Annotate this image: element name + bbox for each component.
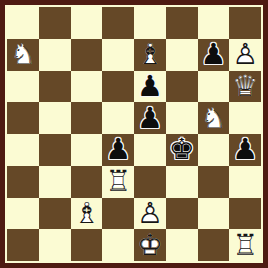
- square-b7[interactable]: [39, 39, 71, 71]
- white-rook-d3[interactable]: ♜♖: [102, 166, 134, 198]
- white-bishop-e7[interactable]: ♝♗: [134, 39, 166, 71]
- square-d2[interactable]: [102, 198, 134, 230]
- white-knight-outline-icon: ♘: [198, 102, 230, 134]
- square-d1[interactable]: [102, 229, 134, 261]
- square-b3[interactable]: [39, 166, 71, 198]
- white-pawn-outline-icon: ♙: [229, 39, 261, 71]
- square-g7[interactable]: ♟: [198, 39, 230, 71]
- square-d3[interactable]: ♜♖: [102, 166, 134, 198]
- white-knight-a7[interactable]: ♞♘: [7, 39, 39, 71]
- square-e7[interactable]: ♝♗: [134, 39, 166, 71]
- square-g6[interactable]: [198, 71, 230, 103]
- square-g8[interactable]: [198, 7, 230, 39]
- square-e3[interactable]: [134, 166, 166, 198]
- square-a7[interactable]: ♞♘: [7, 39, 39, 71]
- square-a2[interactable]: [7, 198, 39, 230]
- square-c2[interactable]: ♝♗: [71, 198, 103, 230]
- square-b2[interactable]: [39, 198, 71, 230]
- square-b5[interactable]: [39, 102, 71, 134]
- square-d6[interactable]: [102, 71, 134, 103]
- square-c5[interactable]: [71, 102, 103, 134]
- square-f3[interactable]: [166, 166, 198, 198]
- black-king-icon: ♚: [166, 134, 198, 166]
- white-rook-outline-icon: ♖: [229, 229, 261, 261]
- black-pawn-h4[interactable]: ♟: [229, 134, 261, 166]
- square-d7[interactable]: [102, 39, 134, 71]
- square-c1[interactable]: [71, 229, 103, 261]
- square-f2[interactable]: [166, 198, 198, 230]
- square-f5[interactable]: [166, 102, 198, 134]
- white-pawn-e2[interactable]: ♟♙: [134, 198, 166, 230]
- black-pawn-icon: ♟: [102, 134, 134, 166]
- black-pawn-icon: ♟: [229, 134, 261, 166]
- square-f1[interactable]: [166, 229, 198, 261]
- square-e2[interactable]: ♟♙: [134, 198, 166, 230]
- square-h8[interactable]: [229, 7, 261, 39]
- square-h7[interactable]: ♟♙: [229, 39, 261, 71]
- square-a5[interactable]: [7, 102, 39, 134]
- square-e1[interactable]: ♚♔: [134, 229, 166, 261]
- square-h6[interactable]: ♛♕: [229, 71, 261, 103]
- white-queen-h6[interactable]: ♛♕: [229, 71, 261, 103]
- black-pawn-g7[interactable]: ♟: [198, 39, 230, 71]
- square-g2[interactable]: [198, 198, 230, 230]
- square-a1[interactable]: [7, 229, 39, 261]
- square-e4[interactable]: [134, 134, 166, 166]
- black-pawn-icon: ♟: [134, 102, 166, 134]
- square-f6[interactable]: [166, 71, 198, 103]
- square-e6[interactable]: ♟: [134, 71, 166, 103]
- square-e5[interactable]: ♟: [134, 102, 166, 134]
- square-f7[interactable]: [166, 39, 198, 71]
- white-rook-outline-icon: ♖: [102, 166, 134, 198]
- square-c7[interactable]: [71, 39, 103, 71]
- chess-board: ♞♘♝♗♟♟♙♟♛♕♟♞♘♟♚♟♜♖♝♗♟♙♚♔♜♖: [7, 7, 261, 261]
- black-pawn-icon: ♟: [134, 71, 166, 103]
- white-king-e1[interactable]: ♚♔: [134, 229, 166, 261]
- square-b8[interactable]: [39, 7, 71, 39]
- white-bishop-c2[interactable]: ♝♗: [71, 198, 103, 230]
- white-pawn-h7[interactable]: ♟♙: [229, 39, 261, 71]
- square-h5[interactable]: [229, 102, 261, 134]
- square-h4[interactable]: ♟: [229, 134, 261, 166]
- board-frame: ♞♘♝♗♟♟♙♟♛♕♟♞♘♟♚♟♜♖♝♗♟♙♚♔♜♖: [0, 0, 268, 268]
- square-a8[interactable]: [7, 7, 39, 39]
- black-pawn-icon: ♟: [198, 39, 230, 71]
- square-b4[interactable]: [39, 134, 71, 166]
- square-h2[interactable]: [229, 198, 261, 230]
- white-queen-outline-icon: ♕: [229, 71, 261, 103]
- square-c6[interactable]: [71, 71, 103, 103]
- white-king-outline-icon: ♔: [134, 229, 166, 261]
- square-d5[interactable]: [102, 102, 134, 134]
- square-f4[interactable]: ♚: [166, 134, 198, 166]
- square-a4[interactable]: [7, 134, 39, 166]
- white-knight-outline-icon: ♘: [7, 39, 39, 71]
- square-f8[interactable]: [166, 7, 198, 39]
- black-pawn-e6[interactable]: ♟: [134, 71, 166, 103]
- square-h3[interactable]: [229, 166, 261, 198]
- board-inner-border: ♞♘♝♗♟♟♙♟♛♕♟♞♘♟♚♟♜♖♝♗♟♙♚♔♜♖: [5, 5, 263, 263]
- square-b1[interactable]: [39, 229, 71, 261]
- square-a6[interactable]: [7, 71, 39, 103]
- square-c4[interactable]: [71, 134, 103, 166]
- square-a3[interactable]: [7, 166, 39, 198]
- white-bishop-outline-icon: ♗: [134, 39, 166, 71]
- square-d8[interactable]: [102, 7, 134, 39]
- square-e8[interactable]: [134, 7, 166, 39]
- square-g1[interactable]: [198, 229, 230, 261]
- square-h1[interactable]: ♜♖: [229, 229, 261, 261]
- square-g5[interactable]: ♞♘: [198, 102, 230, 134]
- white-bishop-outline-icon: ♗: [71, 198, 103, 230]
- square-b6[interactable]: [39, 71, 71, 103]
- black-pawn-e5[interactable]: ♟: [134, 102, 166, 134]
- square-c8[interactable]: [71, 7, 103, 39]
- square-g4[interactable]: [198, 134, 230, 166]
- square-c3[interactable]: [71, 166, 103, 198]
- black-pawn-d4[interactable]: ♟: [102, 134, 134, 166]
- square-g3[interactable]: [198, 166, 230, 198]
- black-king-f4[interactable]: ♚: [166, 134, 198, 166]
- white-rook-h1[interactable]: ♜♖: [229, 229, 261, 261]
- white-knight-g5[interactable]: ♞♘: [198, 102, 230, 134]
- white-pawn-outline-icon: ♙: [134, 198, 166, 230]
- square-d4[interactable]: ♟: [102, 134, 134, 166]
